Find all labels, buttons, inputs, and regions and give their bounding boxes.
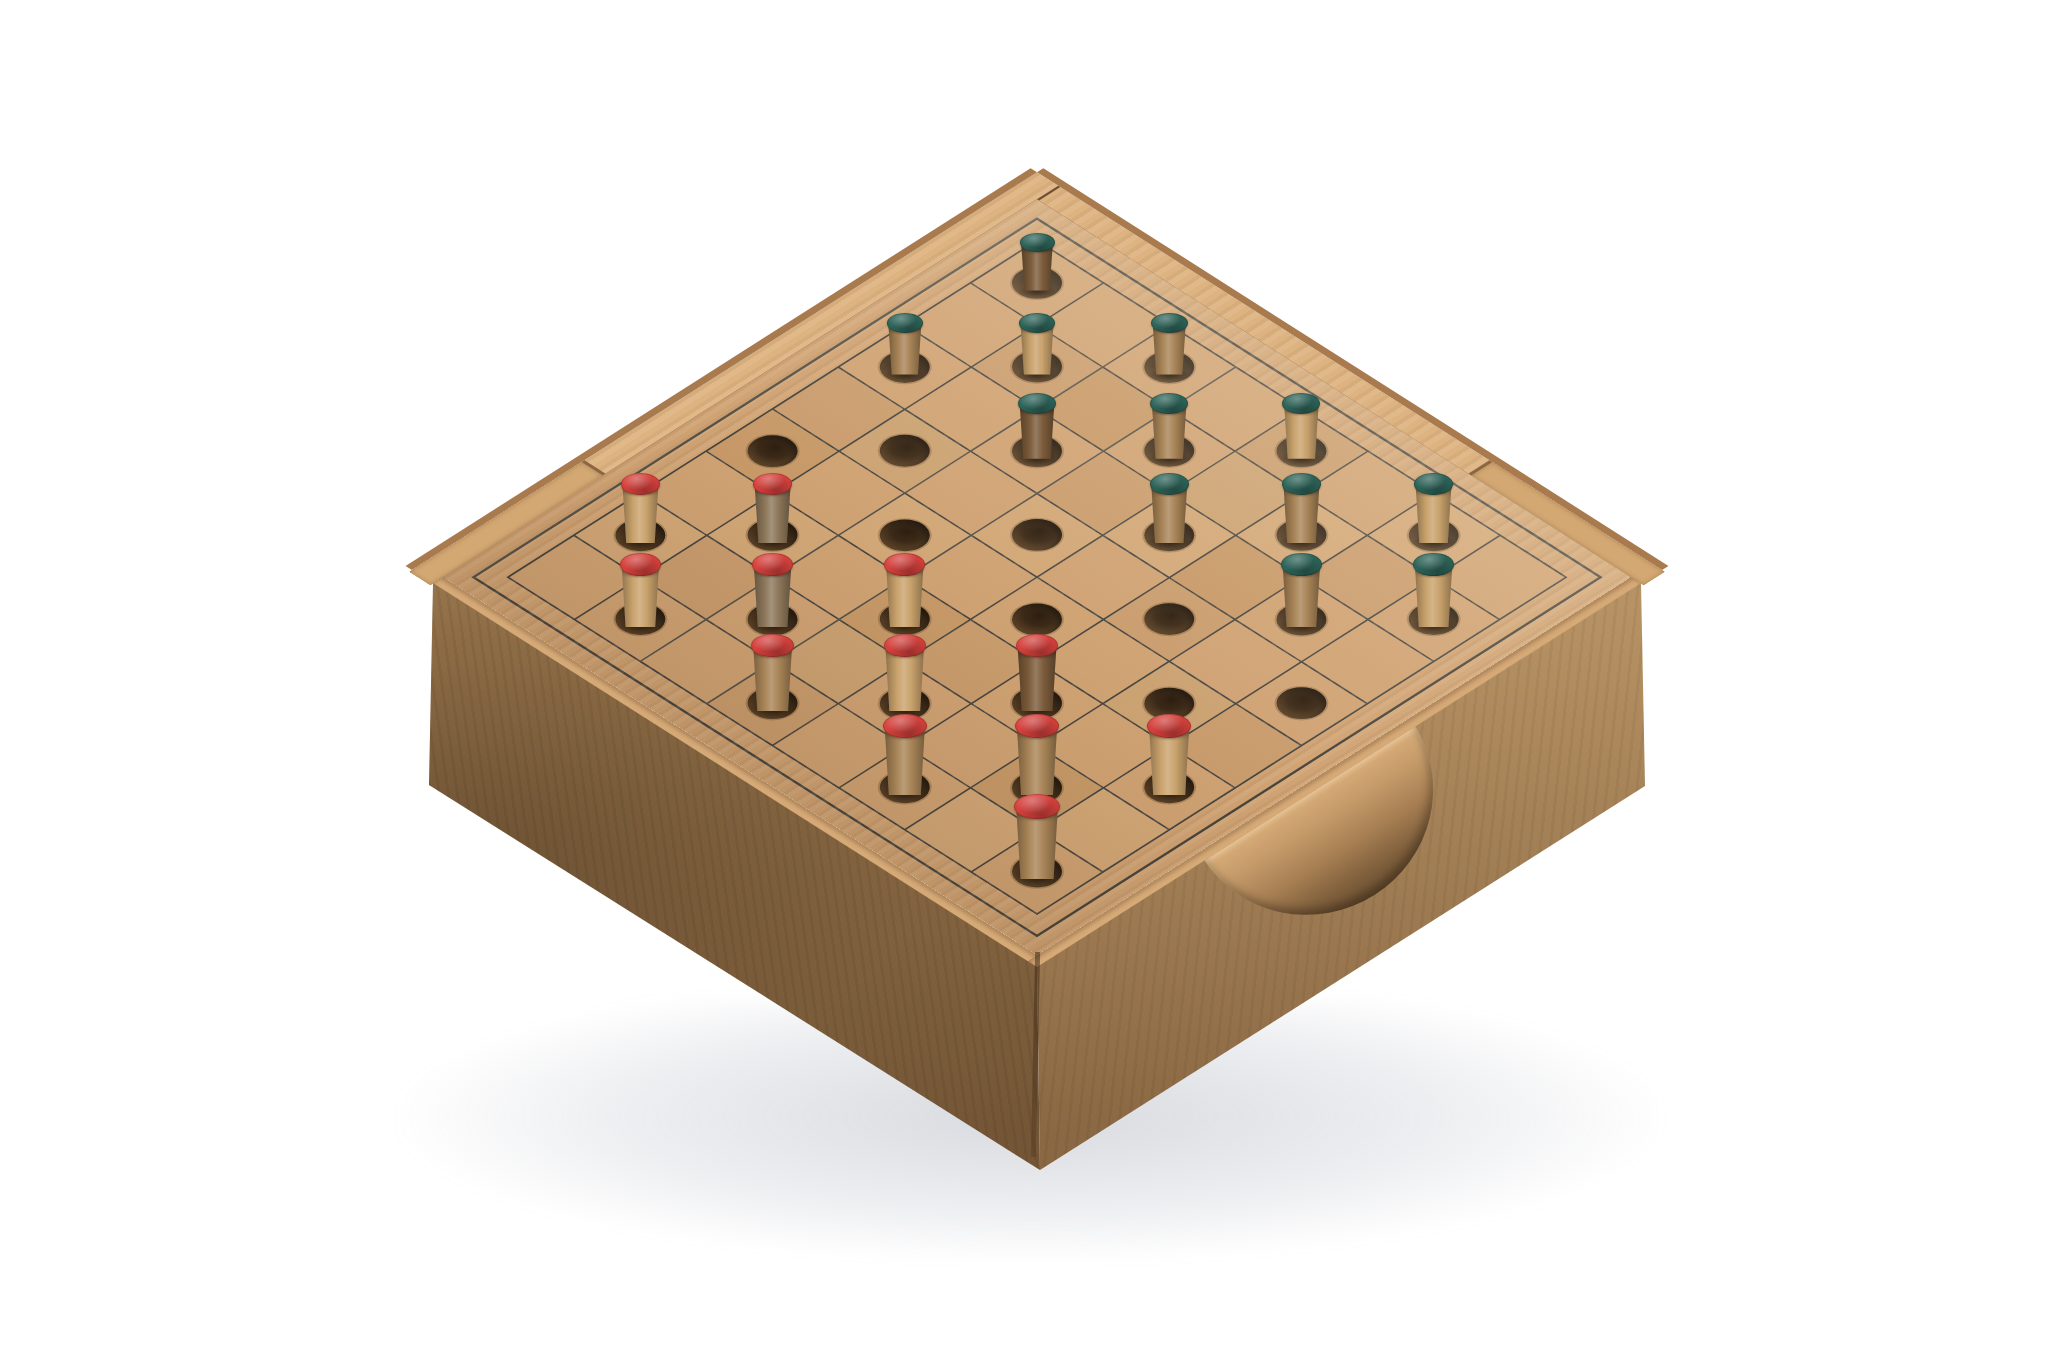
peg-red-r5c7[interactable] <box>1148 726 1190 796</box>
peg-red-r5c3[interactable] <box>885 565 924 627</box>
peg-cap-red <box>1015 714 1059 738</box>
peg-cap-green <box>1020 233 1055 252</box>
peg-green-r1c7[interactable] <box>1414 565 1453 627</box>
peg-green-r2c2[interactable] <box>1019 404 1055 459</box>
peg-cap-red <box>752 553 793 576</box>
peg-cap-red <box>1016 634 1059 658</box>
peg-cap-red <box>1147 714 1191 738</box>
peg-red-r6c4[interactable] <box>885 645 926 711</box>
peg-layer <box>0 0 2048 1365</box>
peg-cap-green <box>887 313 924 333</box>
peg-red-r6c0[interactable] <box>622 484 660 543</box>
peg-cap-green <box>1151 313 1188 333</box>
peg-cap-red <box>884 634 927 658</box>
peg-cap-red <box>883 714 927 738</box>
peg-red-r7c1[interactable] <box>621 565 660 627</box>
peg-green-r1c3[interactable] <box>1151 404 1187 459</box>
peg-cap-red <box>621 473 661 495</box>
peg-cap-red <box>1014 794 1060 819</box>
peg-green-r0c0[interactable] <box>1021 243 1054 291</box>
peg-cap-red <box>620 553 661 576</box>
peg-green-r1c1[interactable] <box>1020 323 1055 375</box>
peg-green-r2c4[interactable] <box>1151 484 1189 543</box>
peg-red-r6c6[interactable] <box>1016 726 1058 796</box>
peg-cap-green <box>1018 393 1056 414</box>
peg-green-r2c6[interactable] <box>1282 565 1321 627</box>
peg-cap-green <box>1414 473 1454 495</box>
peg-green-r0c6[interactable] <box>1415 484 1453 543</box>
peg-red-r6c2[interactable] <box>753 565 792 627</box>
peg-red-r7c3[interactable] <box>752 645 793 711</box>
peg-cap-red <box>753 473 793 495</box>
peg-cap-green <box>1281 553 1322 576</box>
peg-red-r5c1[interactable] <box>754 484 792 543</box>
peg-red-r7c7[interactable] <box>1015 806 1059 879</box>
peg-cap-green <box>1413 553 1454 576</box>
peg-cap-red <box>884 553 925 576</box>
peg-green-r0c4[interactable] <box>1283 404 1319 459</box>
peg-green-r2c0[interactable] <box>888 323 923 375</box>
product-photo-stage <box>0 0 2048 1365</box>
peg-cap-green <box>1282 473 1322 495</box>
peg-red-r5c5[interactable] <box>1017 645 1058 711</box>
peg-cap-green <box>1019 313 1056 333</box>
peg-cap-green <box>1150 473 1190 495</box>
peg-red-r7c5[interactable] <box>884 726 926 796</box>
peg-cap-red <box>751 634 794 658</box>
peg-green-r0c2[interactable] <box>1152 323 1187 375</box>
peg-green-r1c5[interactable] <box>1283 484 1321 543</box>
